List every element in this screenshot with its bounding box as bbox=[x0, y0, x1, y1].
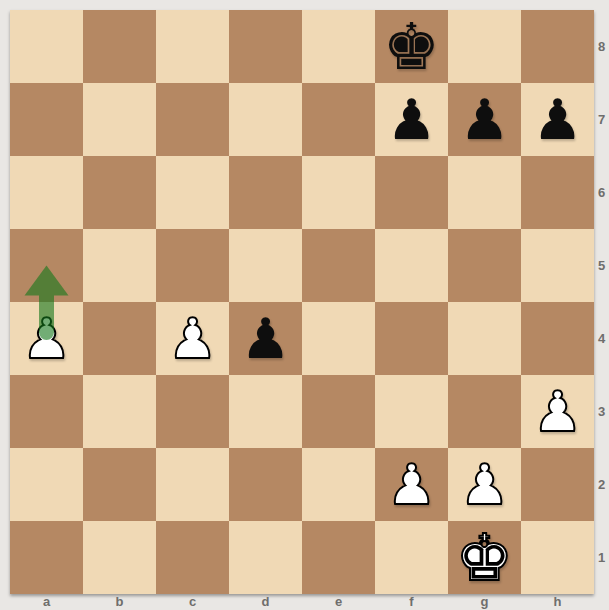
square-c5[interactable] bbox=[156, 229, 229, 302]
square-d1[interactable] bbox=[229, 521, 302, 594]
square-e8[interactable] bbox=[302, 10, 375, 83]
square-a8[interactable] bbox=[10, 10, 83, 83]
black-king[interactable]: ♚ bbox=[383, 15, 440, 79]
square-b3[interactable] bbox=[83, 375, 156, 448]
square-b5[interactable] bbox=[83, 229, 156, 302]
square-b4[interactable] bbox=[83, 302, 156, 375]
square-b1[interactable] bbox=[83, 521, 156, 594]
square-f5[interactable] bbox=[375, 229, 448, 302]
square-c8[interactable] bbox=[156, 10, 229, 83]
chess-board-panel: ♚♟♟♟♟♟♟♟♟♟♚ abcdefgh 87654321 bbox=[0, 0, 609, 610]
rank-label-7: 7 bbox=[594, 83, 609, 156]
square-c3[interactable] bbox=[156, 375, 229, 448]
square-b7[interactable] bbox=[83, 83, 156, 156]
black-pawn[interactable]: ♟ bbox=[240, 311, 290, 367]
rank-label-8: 8 bbox=[594, 10, 609, 83]
square-d2[interactable] bbox=[229, 448, 302, 521]
square-e6[interactable] bbox=[302, 156, 375, 229]
rank-label-2: 2 bbox=[594, 448, 609, 521]
square-e3[interactable] bbox=[302, 375, 375, 448]
square-h8[interactable] bbox=[521, 10, 594, 83]
square-b6[interactable] bbox=[83, 156, 156, 229]
square-f2[interactable]: ♟ bbox=[375, 448, 448, 521]
square-g1[interactable]: ♚ bbox=[448, 521, 521, 594]
square-a4[interactable]: ♟ bbox=[10, 302, 83, 375]
chess-board[interactable]: ♚♟♟♟♟♟♟♟♟♟♚ bbox=[10, 10, 594, 594]
square-h1[interactable] bbox=[521, 521, 594, 594]
square-h2[interactable] bbox=[521, 448, 594, 521]
file-label-h: h bbox=[521, 594, 594, 610]
square-e5[interactable] bbox=[302, 229, 375, 302]
square-d3[interactable] bbox=[229, 375, 302, 448]
square-d5[interactable] bbox=[229, 229, 302, 302]
file-label-g: g bbox=[448, 594, 521, 610]
square-f8[interactable]: ♚ bbox=[375, 10, 448, 83]
square-a5[interactable] bbox=[10, 229, 83, 302]
square-d8[interactable] bbox=[229, 10, 302, 83]
square-g4[interactable] bbox=[448, 302, 521, 375]
square-f7[interactable]: ♟ bbox=[375, 83, 448, 156]
square-h7[interactable]: ♟ bbox=[521, 83, 594, 156]
square-g5[interactable] bbox=[448, 229, 521, 302]
black-pawn[interactable]: ♟ bbox=[532, 92, 582, 148]
square-g8[interactable] bbox=[448, 10, 521, 83]
square-g7[interactable]: ♟ bbox=[448, 83, 521, 156]
white-pawn[interactable]: ♟ bbox=[21, 311, 71, 367]
square-e1[interactable] bbox=[302, 521, 375, 594]
file-label-c: c bbox=[156, 594, 229, 610]
square-g6[interactable] bbox=[448, 156, 521, 229]
rank-label-3: 3 bbox=[594, 375, 609, 448]
square-g3[interactable] bbox=[448, 375, 521, 448]
white-pawn[interactable]: ♟ bbox=[532, 384, 582, 440]
square-f3[interactable] bbox=[375, 375, 448, 448]
file-label-b: b bbox=[83, 594, 156, 610]
file-label-d: d bbox=[229, 594, 302, 610]
square-d6[interactable] bbox=[229, 156, 302, 229]
white-pawn[interactable]: ♟ bbox=[386, 457, 436, 513]
square-a2[interactable] bbox=[10, 448, 83, 521]
square-f1[interactable] bbox=[375, 521, 448, 594]
square-d4[interactable]: ♟ bbox=[229, 302, 302, 375]
square-c4[interactable]: ♟ bbox=[156, 302, 229, 375]
rank-label-5: 5 bbox=[594, 229, 609, 302]
square-h4[interactable] bbox=[521, 302, 594, 375]
square-d7[interactable] bbox=[229, 83, 302, 156]
square-h6[interactable] bbox=[521, 156, 594, 229]
square-e4[interactable] bbox=[302, 302, 375, 375]
square-b2[interactable] bbox=[83, 448, 156, 521]
white-king[interactable]: ♚ bbox=[456, 526, 513, 590]
square-h5[interactable] bbox=[521, 229, 594, 302]
rank-label-4: 4 bbox=[594, 302, 609, 375]
white-pawn[interactable]: ♟ bbox=[459, 457, 509, 513]
square-a3[interactable] bbox=[10, 375, 83, 448]
black-pawn[interactable]: ♟ bbox=[386, 92, 436, 148]
rank-label-6: 6 bbox=[594, 156, 609, 229]
black-pawn[interactable]: ♟ bbox=[459, 92, 509, 148]
square-c6[interactable] bbox=[156, 156, 229, 229]
square-e2[interactable] bbox=[302, 448, 375, 521]
square-h3[interactable]: ♟ bbox=[521, 375, 594, 448]
square-c2[interactable] bbox=[156, 448, 229, 521]
rank-labels: 87654321 bbox=[594, 10, 609, 594]
square-a6[interactable] bbox=[10, 156, 83, 229]
file-labels: abcdefgh bbox=[10, 594, 594, 610]
file-label-e: e bbox=[302, 594, 375, 610]
file-label-a: a bbox=[10, 594, 83, 610]
white-pawn[interactable]: ♟ bbox=[167, 311, 217, 367]
square-e7[interactable] bbox=[302, 83, 375, 156]
square-f6[interactable] bbox=[375, 156, 448, 229]
rank-label-1: 1 bbox=[594, 521, 609, 594]
square-g2[interactable]: ♟ bbox=[448, 448, 521, 521]
square-c1[interactable] bbox=[156, 521, 229, 594]
square-a7[interactable] bbox=[10, 83, 83, 156]
square-c7[interactable] bbox=[156, 83, 229, 156]
square-f4[interactable] bbox=[375, 302, 448, 375]
square-b8[interactable] bbox=[83, 10, 156, 83]
square-a1[interactable] bbox=[10, 521, 83, 594]
file-label-f: f bbox=[375, 594, 448, 610]
